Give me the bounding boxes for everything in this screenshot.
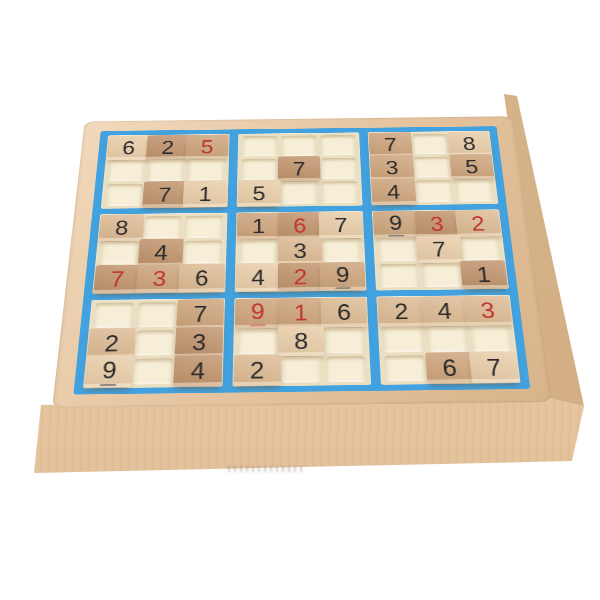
tile-digit: 5 <box>464 157 479 177</box>
cell-r8c5: 8 <box>282 328 321 354</box>
cell-r2c7: 3 <box>374 157 411 178</box>
tile-digit: 2 <box>470 213 485 234</box>
empty-cell-r8c2[interactable] <box>135 330 176 356</box>
cell-r4c8: 3 <box>418 212 457 235</box>
tile-r4c6-7[interactable]: 7 <box>319 211 364 238</box>
tile-r3c7-4[interactable]: 4 <box>371 178 416 204</box>
cell-r4c4: 1 <box>240 215 277 238</box>
blue-grid-panel: 6257175783548473616734299327172394916822… <box>73 126 530 394</box>
cell-r2c9: 5 <box>453 156 491 177</box>
tile-r8c5-8[interactable]: 8 <box>278 325 325 356</box>
empty-cell-r5c4[interactable] <box>240 240 277 263</box>
cell-r6c6: 9 <box>324 264 362 288</box>
tile-digit: 3 <box>479 299 495 322</box>
cell-r7c6: 6 <box>324 300 363 325</box>
tile-r7c3-7[interactable]: 7 <box>177 299 224 329</box>
cell-r1c9: 8 <box>451 133 488 154</box>
cell-r8c3: 3 <box>179 329 219 355</box>
tile-digit: 8 <box>294 329 308 353</box>
cell-r7c7: 2 <box>382 299 422 324</box>
tile-digit: 2 <box>394 300 409 323</box>
empty-cell-r2c6[interactable] <box>321 158 357 179</box>
tile-r9c1-9[interactable]: 9 <box>84 356 134 388</box>
empty-cell-r5c7[interactable] <box>378 238 417 261</box>
empty-cell-r3c6[interactable] <box>322 181 359 203</box>
tile-r9c3-4[interactable]: 4 <box>174 355 223 387</box>
tile-r8c1-2[interactable]: 2 <box>87 328 136 359</box>
cell-r4c9: 2 <box>459 212 498 235</box>
tile-digit: 5 <box>200 137 213 156</box>
tile-digit: 9 <box>387 212 404 236</box>
empty-cell-r1c8[interactable] <box>411 134 448 155</box>
tile-digit: 2 <box>294 266 308 288</box>
tile-digit: 7 <box>158 184 172 204</box>
cell-r4c1: 8 <box>102 216 140 239</box>
cell-r1c3: 5 <box>189 137 225 158</box>
cell-r1c2: 2 <box>150 137 186 158</box>
cell-r9c1: 9 <box>88 359 130 385</box>
tile-digit: 7 <box>109 268 124 290</box>
cell-r8c1: 2 <box>91 330 132 356</box>
tile-r3c3-1[interactable]: 1 <box>183 181 227 207</box>
empty-cell-r9c7[interactable] <box>385 355 426 381</box>
block-1-3: 78354 <box>368 131 498 205</box>
tile-r5c5-3[interactable]: 3 <box>278 237 323 265</box>
cell-r7c3: 7 <box>181 302 220 327</box>
cell-r5c8: 7 <box>420 237 459 260</box>
tile-digit: 7 <box>334 214 348 235</box>
tile-digit: 7 <box>384 135 398 154</box>
cell-r9c4: 2 <box>237 357 277 383</box>
tile-r1c3-5[interactable]: 5 <box>186 134 229 159</box>
tile-digit: 4 <box>251 266 265 288</box>
product-photo-stage: 6257175783548473616734299327172394916822… <box>0 0 600 600</box>
cell-r9c9: 7 <box>473 354 515 380</box>
tile-r4c7-9[interactable]: 9 <box>373 211 419 238</box>
empty-cell-r2c1[interactable] <box>108 160 145 181</box>
empty-cell-r2c3[interactable] <box>188 159 224 180</box>
tile-r3c2-7[interactable]: 7 <box>142 181 187 207</box>
tile-digit: 7 <box>431 238 446 260</box>
cell-r3c4: 5 <box>241 182 277 204</box>
cell-r4c7: 9 <box>377 213 415 236</box>
tile-digit: 4 <box>386 181 400 201</box>
empty-cell-r5c6[interactable] <box>323 239 361 262</box>
tile-digit: 2 <box>104 331 120 355</box>
empty-cell-r8c6[interactable] <box>325 327 365 353</box>
faint-print-marks <box>228 466 302 472</box>
tile-digit: 6 <box>441 355 457 379</box>
empty-cell-r5c9[interactable] <box>461 237 501 260</box>
tile-digit: 8 <box>462 134 477 153</box>
tile-r7c7-2[interactable]: 2 <box>378 297 426 327</box>
cell-r2c5: 7 <box>281 158 317 179</box>
tile-digit: 1 <box>252 215 265 236</box>
tile-digit: 6 <box>195 267 209 289</box>
tile-r4c9-2[interactable]: 2 <box>455 210 502 237</box>
tile-r6c1-7[interactable]: 7 <box>93 265 141 294</box>
tile-r4c4-1[interactable]: 1 <box>236 212 280 239</box>
tile-r1c2-2[interactable]: 2 <box>146 135 189 160</box>
cell-r6c3: 6 <box>182 266 221 290</box>
tile-digit: 6 <box>293 215 306 236</box>
tile-digit: 4 <box>437 300 453 323</box>
block-2-3: 93271 <box>372 209 509 291</box>
empty-cell-r3c1[interactable] <box>106 184 144 206</box>
cell-r6c9: 1 <box>464 263 504 287</box>
tile-digit: 3 <box>192 330 207 354</box>
tile-r4c8-3[interactable]: 3 <box>414 210 460 237</box>
cell-r4c6: 7 <box>322 214 359 237</box>
cell-r6c4: 4 <box>239 265 277 289</box>
cell-r9c8: 6 <box>429 355 471 381</box>
tile-r7c4-9[interactable]: 9 <box>234 298 280 328</box>
cell-r6c1: 7 <box>97 267 137 291</box>
tile-digit: 8 <box>114 217 129 238</box>
tile-digit: 7 <box>486 355 503 379</box>
cell-r7c9: 3 <box>467 298 508 323</box>
empty-cell-r8c4[interactable] <box>238 328 277 354</box>
empty-cell-r9c6[interactable] <box>326 356 366 382</box>
empty-cell-r2c4[interactable] <box>241 159 277 180</box>
tile-r6c2-3[interactable]: 3 <box>136 264 183 293</box>
tile-digit: 6 <box>337 301 352 324</box>
empty-cell-r6c7[interactable] <box>380 264 419 288</box>
empty-cell-r9c5[interactable] <box>282 356 322 382</box>
tile-r5c8-7[interactable]: 7 <box>416 235 463 263</box>
cell-r5c5: 3 <box>282 239 319 262</box>
wood-frame: 6257175783548473616734299327172394916822… <box>52 116 552 408</box>
tile-r2c7-3[interactable]: 3 <box>370 155 414 181</box>
tile-r9c8-6[interactable]: 6 <box>425 352 475 384</box>
cell-r9c3: 4 <box>178 358 219 384</box>
empty-cell-r8c8[interactable] <box>427 326 468 352</box>
block-3-2: 91682 <box>232 297 371 387</box>
tile-r2c9-5[interactable]: 5 <box>449 154 494 180</box>
sudoku-board: 6257175783548473616734299327172394916822… <box>52 116 552 408</box>
empty-cell-r1c6[interactable] <box>320 135 356 156</box>
tile-digit: 6 <box>121 138 135 157</box>
tile-digit: 9 <box>335 264 351 290</box>
tile-r6c9-1[interactable]: 1 <box>460 260 508 289</box>
tile-r3c4-5[interactable]: 5 <box>237 180 280 206</box>
cell-r3c3: 1 <box>187 183 224 205</box>
cell-r7c8: 4 <box>424 299 465 324</box>
tile-digit: 1 <box>294 301 308 324</box>
block-1-2: 75 <box>236 132 363 207</box>
tile-r6c3-6[interactable]: 6 <box>179 264 225 293</box>
tile-r6c6-9[interactable]: 9 <box>320 262 366 291</box>
tile-digit: 3 <box>293 240 307 262</box>
cell-r5c2: 4 <box>142 241 181 264</box>
tile-r8c3-3[interactable]: 3 <box>175 327 223 358</box>
tile-r7c5-1[interactable]: 1 <box>278 298 324 328</box>
tile-r7c9-3[interactable]: 3 <box>463 296 512 326</box>
empty-cell-r7c2[interactable] <box>137 302 177 327</box>
empty-cell-r5c3[interactable] <box>184 240 222 263</box>
block-grid: 6257175783548473616734299327172394916822… <box>83 131 521 389</box>
tile-digit: 7 <box>193 303 208 326</box>
tile-digit: 3 <box>429 213 444 234</box>
tile-r2c5-7[interactable]: 7 <box>278 156 321 182</box>
empty-cell-r2c8[interactable] <box>413 157 450 178</box>
empty-cell-r3c5[interactable] <box>281 182 317 204</box>
empty-cell-r3c8[interactable] <box>415 180 453 202</box>
tile-r7c8-4[interactable]: 4 <box>420 296 469 326</box>
block-1-1: 62571 <box>101 134 230 209</box>
tile-digit: 1 <box>198 184 212 204</box>
empty-cell-r7c1[interactable] <box>94 303 134 328</box>
tile-digit: 4 <box>190 359 205 384</box>
cell-r7c4: 9 <box>238 301 277 326</box>
empty-cell-r4c3[interactable] <box>185 215 222 238</box>
block-2-1: 84736 <box>92 212 227 294</box>
tile-r1c9-8[interactable]: 8 <box>447 131 492 156</box>
empty-cell-r6c8[interactable] <box>422 263 462 287</box>
cell-r7c5: 1 <box>282 300 321 325</box>
tile-r4c5-6[interactable]: 6 <box>278 212 322 239</box>
tile-r5c2-4[interactable]: 4 <box>138 239 184 267</box>
tile-digit: 9 <box>250 300 266 327</box>
empty-cell-r5c1[interactable] <box>100 241 139 264</box>
empty-cell-r8c7[interactable] <box>383 327 424 353</box>
tile-digit: 5 <box>252 183 265 203</box>
tile-r7c6-6[interactable]: 6 <box>321 297 368 327</box>
tile-r9c4-2[interactable]: 2 <box>233 354 281 386</box>
tile-digit: 2 <box>161 138 175 157</box>
cell-r1c1: 6 <box>110 137 147 158</box>
empty-cell-r2c2[interactable] <box>148 160 185 181</box>
tile-r6c5-2[interactable]: 2 <box>278 263 323 292</box>
empty-cell-r3c9[interactable] <box>455 180 493 202</box>
tile-digit: 2 <box>250 358 264 383</box>
tile-digit: 1 <box>476 264 492 286</box>
tile-digit: 3 <box>385 158 399 178</box>
empty-cell-r9c2[interactable] <box>133 358 174 384</box>
cell-r3c2: 7 <box>146 183 183 205</box>
tile-r1c7-7[interactable]: 7 <box>369 132 413 157</box>
tile-digit: 3 <box>152 268 167 290</box>
tile-r4c1-8[interactable]: 8 <box>98 214 144 241</box>
cell-r3c7: 4 <box>375 181 412 203</box>
block-2-2: 1673429 <box>234 211 367 293</box>
cell-r6c5: 2 <box>282 265 320 289</box>
tile-r6c4-4[interactable]: 4 <box>235 263 280 292</box>
empty-cell-r4c2[interactable] <box>144 216 182 239</box>
empty-cell-r8c9[interactable] <box>470 326 512 352</box>
cell-r4c5: 6 <box>281 214 318 237</box>
tile-r1c1-6[interactable]: 6 <box>106 135 150 160</box>
cell-r6c2: 3 <box>140 267 179 291</box>
tile-digit: 4 <box>154 242 169 264</box>
tile-r9c9-7[interactable]: 7 <box>469 351 520 383</box>
tile-digit: 9 <box>100 358 119 386</box>
cell-r1c7: 7 <box>372 134 408 155</box>
block-3-3: 24367 <box>377 295 521 385</box>
block-3-1: 72394 <box>83 299 225 389</box>
empty-cell-r1c4[interactable] <box>242 136 277 157</box>
empty-cell-r1c5[interactable] <box>281 135 316 156</box>
tile-digit: 7 <box>293 159 306 179</box>
